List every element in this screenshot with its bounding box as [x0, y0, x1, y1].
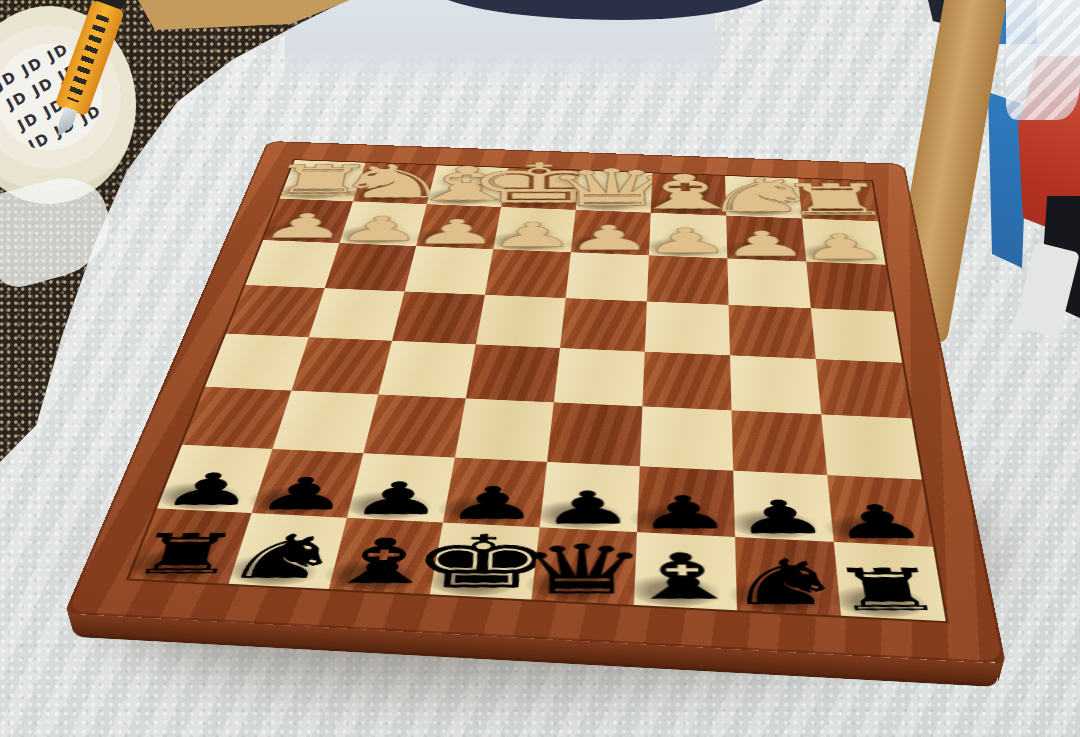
chessboard: ♜♞♝♚♛♝♞♜♟♟♟♟♟♟♟♟♟♟♟♟♟♟♟♟♜♞♝♚♛♝♞♜: [179, 0, 940, 729]
piece-shadow: [828, 583, 931, 620]
piece-shadow: [219, 552, 323, 588]
piece-stand: ♟: [389, 516, 595, 521]
piece-black-pawn[interactable]: ♟: [582, 492, 790, 533]
piece-stand: ♟: [293, 512, 498, 517]
square-f6[interactable]: [363, 394, 465, 457]
square-f4[interactable]: [392, 291, 485, 344]
piece-black-rook[interactable]: ♜: [778, 565, 1001, 617]
piece-shadow: [434, 493, 530, 526]
piece-white-rook[interactable]: ♜: [725, 181, 949, 220]
square-a7[interactable]: ♟: [827, 475, 933, 547]
piece-shadow: [338, 489, 435, 521]
square-e6[interactable]: [455, 398, 554, 461]
knife-blade: [54, 106, 77, 139]
square-d4[interactable]: [560, 298, 647, 352]
square-a4[interactable]: [811, 308, 902, 362]
square-e5[interactable]: [466, 344, 560, 402]
board-plane: ♜♞♝♚♛♝♞♜♟♟♟♟♟♟♟♟♟♟♟♟♟♟♟♟♜♞♝♚♛♝♞♜: [64, 141, 1006, 664]
square-a1[interactable]: ♜: [798, 179, 878, 222]
piece-black-pawn[interactable]: ♟: [485, 488, 692, 529]
square-c7[interactable]: ♟: [637, 466, 735, 537]
photo-scene: JD JD JD JD JD JD JD JD JD JD JD JD ♜♞♝♚…: [0, 0, 1080, 737]
piece-black-knight[interactable]: ♞: [678, 555, 896, 612]
piece-stand: ♟: [778, 535, 988, 540]
square-h3[interactable]: [245, 240, 339, 288]
piece-black-pawn[interactable]: ♟: [677, 497, 889, 538]
board-front-edge: [68, 614, 1001, 687]
square-d8[interactable]: ♛: [531, 527, 637, 605]
square-c4[interactable]: [645, 301, 730, 355]
piece-stand: ♚: [376, 587, 587, 593]
piece-shadow: [319, 557, 422, 593]
piece-shadow: [628, 503, 722, 536]
square-g8[interactable]: ♞: [229, 513, 347, 589]
piece-stand: ♟: [582, 526, 789, 531]
piece-stand: ♜: [730, 214, 948, 218]
square-a6[interactable]: [821, 414, 922, 479]
square-g6[interactable]: [272, 391, 378, 454]
piece-black-bishop[interactable]: ♝: [274, 534, 488, 590]
square-h8[interactable]: ♜: [129, 508, 252, 583]
square-f8[interactable]: ♝: [329, 518, 443, 595]
piece-stand: ♞: [682, 603, 896, 609]
square-c3[interactable]: [647, 255, 729, 305]
square-c6[interactable]: [640, 406, 733, 470]
square-f5[interactable]: [378, 341, 475, 399]
piece-black-queen[interactable]: ♛: [477, 539, 689, 601]
square-f7[interactable]: ♟: [347, 453, 455, 522]
piece-white-pawn[interactable]: ♟: [743, 231, 944, 262]
square-g5[interactable]: [291, 337, 392, 394]
piece-shadow: [726, 577, 826, 614]
square-a2[interactable]: ♟: [802, 218, 886, 264]
square-h6[interactable]: [182, 387, 291, 449]
square-b5[interactable]: [730, 355, 821, 414]
square-a3[interactable]: [806, 262, 893, 312]
piece-black-rook[interactable]: ♜: [75, 530, 294, 580]
board-grid: ♜♞♝♚♛♝♞♜♟♟♟♟♟♟♟♟♟♟♟♟♟♟♟♟♜♞♝♚♛♝♞♜: [126, 159, 949, 623]
square-b8[interactable]: ♞: [735, 537, 841, 616]
square-d6[interactable]: [547, 402, 642, 466]
piece-stand: ♜: [76, 572, 286, 577]
square-h7[interactable]: ♟: [157, 445, 273, 513]
piece-black-bishop[interactable]: ♝: [578, 549, 792, 607]
piece-stand: ♟: [198, 507, 403, 512]
piece-shadow: [148, 480, 248, 512]
square-g4[interactable]: [309, 288, 405, 341]
piece-black-pawn[interactable]: ♟: [772, 502, 988, 544]
square-c5[interactable]: [642, 352, 731, 411]
piece-shadow: [243, 484, 342, 516]
square-e4[interactable]: [476, 295, 566, 348]
piece-black-pawn[interactable]: ♟: [103, 470, 314, 510]
piece-shadow: [821, 512, 919, 546]
square-d5[interactable]: [554, 348, 645, 406]
square-e3[interactable]: [485, 249, 571, 298]
square-h4[interactable]: [226, 285, 325, 337]
piece-stand: ♛: [477, 593, 689, 599]
piece-shadow: [420, 562, 521, 598]
piece-stand: ♞: [175, 577, 385, 582]
square-h5[interactable]: [205, 334, 309, 391]
piece-shadow: [624, 572, 723, 609]
piece-shadow: [522, 567, 622, 603]
square-b6[interactable]: [732, 410, 828, 475]
square-f3[interactable]: [405, 246, 494, 295]
square-d3[interactable]: [566, 252, 649, 301]
piece-stand: ♜: [785, 609, 1000, 615]
square-e7[interactable]: ♟: [443, 458, 547, 528]
square-a8[interactable]: ♜: [834, 542, 946, 621]
square-b3[interactable]: [727, 258, 810, 308]
square-b7[interactable]: ♟: [733, 471, 834, 542]
piece-shadow: [120, 547, 226, 582]
piece-black-king[interactable]: ♚: [375, 530, 586, 596]
square-d7[interactable]: ♟: [540, 462, 640, 532]
clear-plastic-bag: [1006, 0, 1080, 120]
square-c8[interactable]: ♝: [634, 532, 737, 610]
piece-stand: ♟: [104, 502, 309, 507]
piece-stand: ♟: [747, 257, 943, 261]
square-a5[interactable]: [816, 359, 912, 418]
square-b4[interactable]: [729, 305, 816, 359]
piece-black-pawn[interactable]: ♟: [197, 474, 406, 514]
piece-shadow: [530, 498, 625, 531]
piece-black-pawn[interactable]: ♟: [293, 479, 500, 519]
piece-shadow: [725, 507, 820, 540]
square-g7[interactable]: ♟: [252, 449, 364, 518]
piece-stand: ♝: [275, 582, 486, 587]
piece-black-pawn[interactable]: ♟: [389, 483, 595, 524]
square-g3[interactable]: [325, 243, 416, 291]
foam-scrap: [1014, 242, 1080, 339]
piece-stand: ♝: [579, 598, 792, 604]
piece-black-knight[interactable]: ♞: [174, 531, 391, 586]
piece-stand: ♟: [485, 521, 692, 526]
piece-stand: ♟: [680, 531, 888, 536]
square-e8[interactable]: ♚: [430, 523, 540, 600]
